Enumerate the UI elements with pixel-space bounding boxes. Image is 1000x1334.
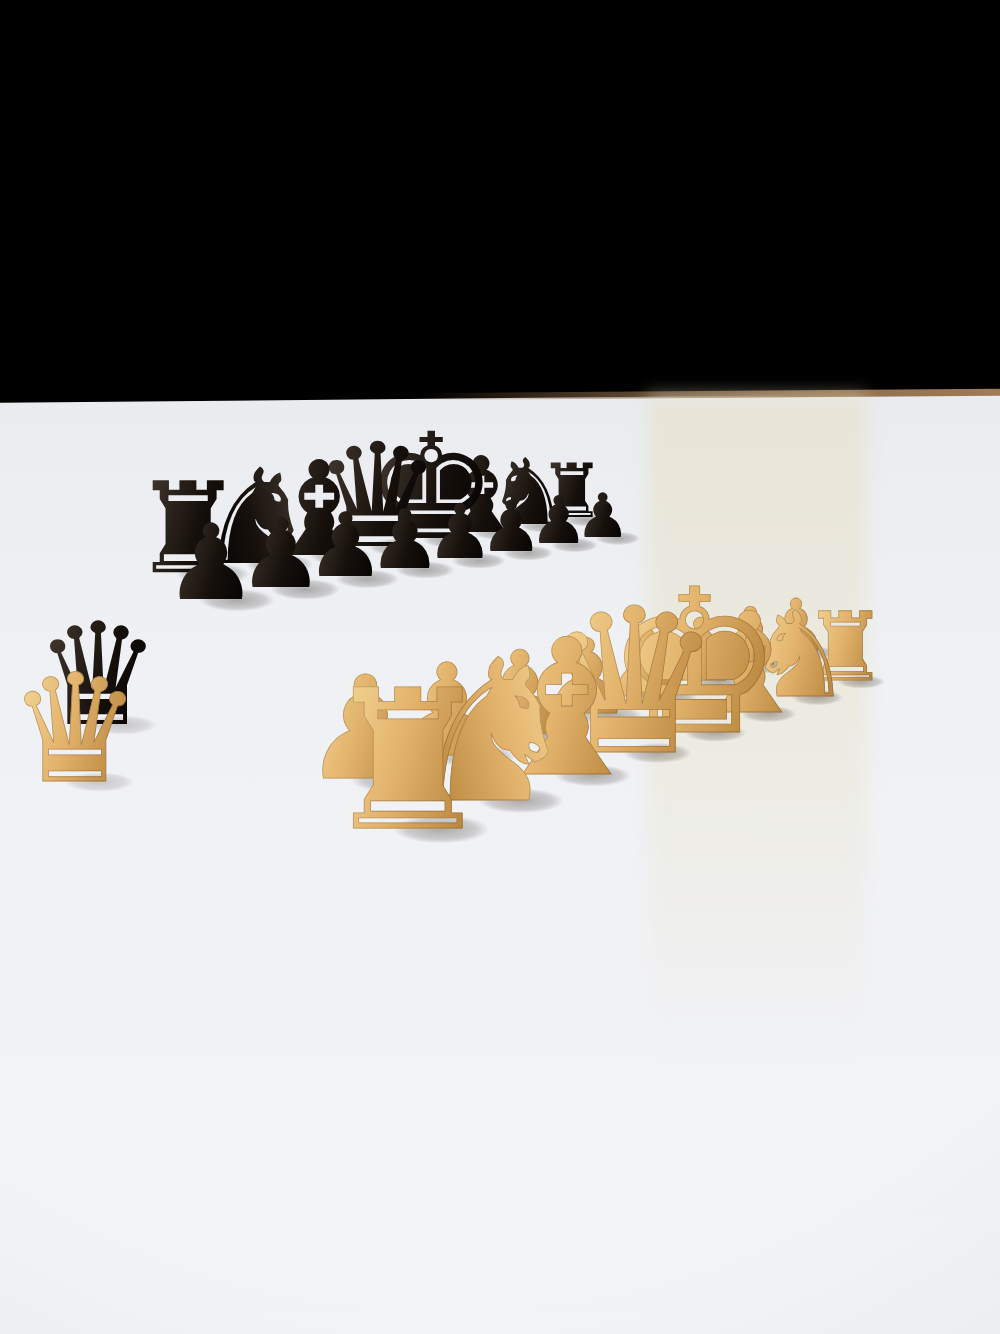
square-b2 [384, 722, 504, 787]
piece-black-pawn: ♟ [238, 506, 324, 602]
square-c5 [354, 610, 452, 652]
square-a2 [299, 743, 425, 815]
piece-shadow [544, 536, 607, 555]
square-b7 [232, 569, 325, 606]
piece-black-king: ♚ [365, 414, 497, 561]
piece-shadow [565, 702, 653, 728]
piece-shadow [378, 810, 505, 848]
piece-black-pawn: ♟ [368, 499, 441, 581]
square-d2 [529, 686, 637, 741]
piece-shadow [359, 536, 435, 559]
square-b5 [284, 622, 386, 668]
piece-shadow [414, 529, 485, 550]
square-c2 [460, 703, 574, 763]
piece-shadow [558, 511, 616, 528]
square-c8 [274, 538, 360, 569]
square-a7 [159, 579, 256, 618]
square-e7 [416, 544, 499, 574]
square-b4 [314, 652, 421, 703]
piece-black-bishop: ♝ [434, 442, 528, 547]
square-g8 [489, 512, 563, 537]
wall-reflection [648, 396, 866, 1086]
piece-shadow [165, 560, 262, 589]
piece-shadow [336, 762, 457, 798]
square-d8 [334, 531, 417, 560]
board-frame-far [28, 482, 623, 577]
square-d3 [489, 654, 592, 703]
square-a8 [139, 555, 232, 590]
square-h8 [534, 506, 606, 530]
square-d4 [452, 625, 550, 669]
square-e8 [389, 524, 469, 552]
piece-white-bishop: ♝ [482, 615, 651, 804]
piece-shadow [235, 551, 324, 577]
square-e4 [512, 613, 606, 654]
piece-black-pawn: ♟ [480, 492, 543, 562]
square-g7 [518, 530, 595, 557]
piece-black-rook: ♜ [538, 455, 605, 530]
square-c7 [298, 560, 387, 594]
square-e6 [446, 565, 532, 598]
piece-shadow [466, 523, 532, 543]
piece-white-pawn: ♟ [301, 658, 429, 801]
piece-black-bishop: ♝ [260, 443, 378, 574]
square-d7 [360, 552, 446, 584]
square-f7 [469, 537, 549, 566]
piece-black-rook: ♜ [132, 466, 245, 592]
piece-shadow [259, 576, 351, 603]
piece-black-pawn: ♟ [575, 485, 630, 546]
piece-black-pawn: ♟ [529, 488, 588, 554]
piece-black-pawn: ♟ [306, 503, 386, 592]
board-frame-left [28, 536, 441, 1004]
piece-white-pawn: ♟ [390, 646, 504, 774]
piece-shadow [53, 769, 145, 795]
piece-shadow [543, 761, 644, 791]
square-c3 [421, 669, 529, 722]
square-c1 [503, 741, 623, 809]
square-e5 [478, 588, 568, 625]
piece-black-queen: ♛ [313, 424, 442, 568]
square-a5 [207, 635, 314, 684]
piece-shadow [497, 720, 595, 749]
spare-white-queen: ♛ [8, 654, 142, 804]
square-f8 [441, 518, 518, 544]
square-b6 [257, 595, 354, 636]
piece-white-pawn: ♟ [469, 636, 572, 751]
square-f4 [567, 603, 657, 641]
square-a3 [265, 703, 384, 766]
square-c6 [325, 584, 418, 622]
square-d6 [388, 574, 478, 610]
square-b3 [347, 685, 460, 743]
piece-shadow [421, 740, 530, 772]
piece-black-pawn: ♟ [426, 495, 494, 571]
piece-shadow [495, 543, 562, 563]
square-b1 [425, 763, 552, 838]
piece-black-pawn: ♟ [164, 510, 258, 615]
piece-shadow [443, 550, 515, 571]
square-c4 [386, 638, 489, 685]
photo-scene: ♜♞♝♛♚♝♞♜♟♟♟♟♟♟♟♟♟♟♟♟♟♟♟♟♜♞♝♛♚♝♞♜♛♛ [0, 0, 1000, 1334]
piece-white-pawn: ♟ [540, 625, 633, 729]
piece-white-knight: ♞ [404, 634, 580, 830]
piece-black-knight: ♞ [487, 447, 569, 538]
square-d5 [418, 599, 512, 638]
piece-shadow [386, 558, 464, 581]
square-h7 [563, 524, 638, 550]
piece-black-knight: ♞ [197, 451, 316, 583]
square-a1 [337, 788, 471, 871]
square-a6 [182, 606, 284, 650]
square-b8 [209, 546, 298, 579]
piece-shadow [513, 517, 575, 535]
square-e3 [550, 641, 648, 686]
square-a4 [234, 668, 347, 724]
piece-shadow [465, 784, 578, 817]
spare-black-queen: ♛ [34, 604, 161, 746]
piece-white-rook: ♜ [321, 665, 494, 858]
piece-shadow [299, 543, 381, 567]
piece-shadow [325, 567, 410, 592]
piece-shadow [589, 530, 647, 547]
square-g6 [549, 549, 629, 579]
square-f6 [499, 557, 582, 588]
board-frame-near [255, 670, 1000, 1004]
square-f5 [532, 579, 619, 614]
piece-shadow [187, 586, 287, 616]
piece-shadow [76, 712, 168, 738]
